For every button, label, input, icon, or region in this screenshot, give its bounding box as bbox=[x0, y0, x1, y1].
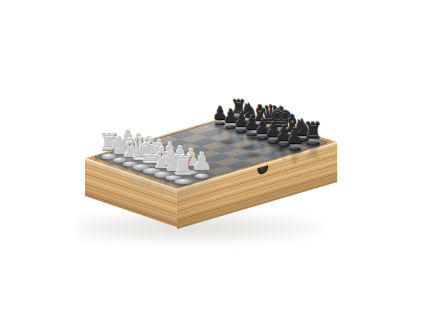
piece-reflection: ♜ bbox=[303, 140, 323, 162]
chess-set-photo: ♜♜♞♞♝♝♛♛♚♚♝♝♞♞♜♜♟♟♟♟♟♟♟♟♟♟♟♟♟♟♟♟♟♟♟♟♟♟♟♟… bbox=[0, 0, 423, 317]
piece-glyph: ♜ bbox=[303, 120, 323, 142]
pieces-layer: ♜♜♞♞♝♝♛♛♚♚♝♝♞♞♜♜♟♟♟♟♟♟♟♟♟♟♟♟♟♟♟♟♟♟♟♟♟♟♟♟… bbox=[0, 0, 423, 317]
piece-reflection: ♟ bbox=[285, 145, 304, 166]
piece-glyph: ♟ bbox=[285, 126, 304, 147]
piece-glyph: ♜ bbox=[171, 152, 196, 179]
